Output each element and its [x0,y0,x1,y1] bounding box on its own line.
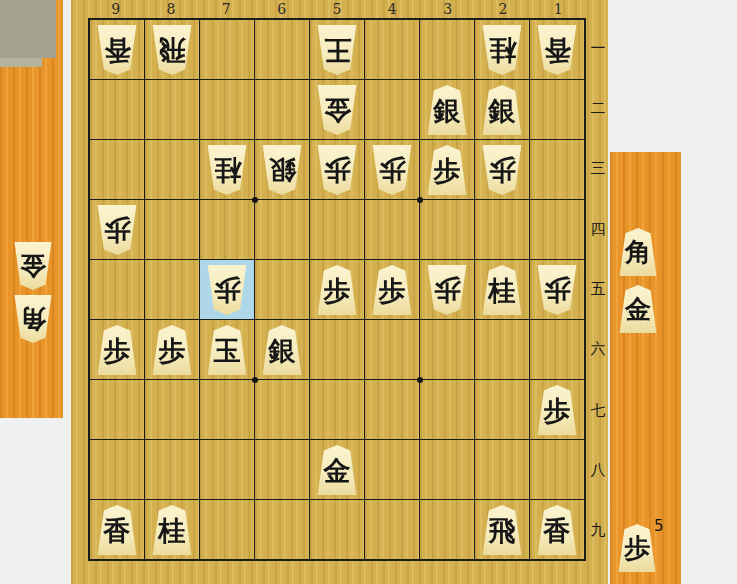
6-2-square[interactable] [255,80,309,139]
file-label: 8 [143,0,198,18]
6-4-square[interactable] [255,200,309,259]
piece-kanji: 金 [625,296,651,322]
piece-kanji: 歩 [379,157,406,184]
9-2-square[interactable] [90,80,144,139]
file-label: 9 [88,0,143,18]
rank-label: 三 [588,139,608,199]
rank-label: 一 [588,18,608,78]
piece-kanji: 香 [104,37,131,64]
4-7-square[interactable] [365,380,419,439]
piece-kanji: 飛 [159,37,186,64]
7-1-square[interactable] [200,20,254,79]
5-9-square[interactable] [310,500,364,559]
9-3-square[interactable] [90,140,144,199]
6-8-square[interactable] [255,440,309,499]
file-label: 7 [199,0,254,18]
sente-hand-tray [610,152,681,584]
1-4-square[interactable] [530,200,584,259]
3-8-square[interactable] [420,440,474,499]
piece-kanji: 歩 [104,337,131,364]
2-6-square[interactable] [475,320,529,379]
rank-label: 五 [588,259,608,319]
star-point [252,197,258,203]
5-6-square[interactable] [310,320,364,379]
star-point [417,377,423,383]
4-9-square[interactable] [365,500,419,559]
8-5-square[interactable] [145,260,199,319]
4-1-square[interactable] [365,20,419,79]
corner-overlay [0,0,56,58]
9-7-square[interactable] [90,380,144,439]
2-7-square[interactable] [475,380,529,439]
piece-kanji: 金 [324,97,351,124]
file-label: 5 [309,0,364,18]
4-6-square[interactable] [365,320,419,379]
3-4-square[interactable] [420,200,474,259]
file-label: 6 [254,0,309,18]
piece-kanji: 角 [625,239,651,265]
corner-overlay-step [0,58,42,67]
3-1-square[interactable] [420,20,474,79]
2-4-square[interactable] [475,200,529,259]
7-2-square[interactable] [200,80,254,139]
1-8-square[interactable] [530,440,584,499]
piece-kanji: 歩 [324,277,351,304]
rank-label: 七 [588,380,608,440]
piece-kanji: 香 [104,517,131,544]
piece-kanji: 玉 [214,337,241,364]
piece-kanji: 歩 [379,277,406,304]
4-8-square[interactable] [365,440,419,499]
file-label: 2 [475,0,530,18]
rank-label: 二 [588,78,608,138]
piece-kanji: 香 [544,37,571,64]
7-8-square[interactable] [200,440,254,499]
piece-kanji: 歩 [489,157,516,184]
star-point [417,197,423,203]
3-6-square[interactable] [420,320,474,379]
piece-kanji: 銀 [269,157,296,184]
2-8-square[interactable] [475,440,529,499]
7-7-square[interactable] [200,380,254,439]
9-8-square[interactable] [90,440,144,499]
piece-kanji: 銀 [434,97,461,124]
piece-kanji: 歩 [544,397,571,424]
piece-kanji: 歩 [104,217,131,244]
piece-kanji: 桂 [159,517,186,544]
piece-kanji: 王 [324,37,351,64]
3-7-square[interactable] [420,380,474,439]
piece-kanji: 銀 [489,97,516,124]
file-label: 3 [420,0,475,18]
piece-kanji: 金 [324,457,351,484]
1-3-square[interactable] [530,140,584,199]
piece-kanji: 銀 [269,337,296,364]
rank-label: 六 [588,320,608,380]
8-3-square[interactable] [145,140,199,199]
8-8-square[interactable] [145,440,199,499]
piece-kanji: 桂 [214,157,241,184]
piece-kanji: 金 [20,253,46,279]
rank-label: 八 [588,440,608,500]
1-6-square[interactable] [530,320,584,379]
4-2-square[interactable] [365,80,419,139]
piece-kanji: 桂 [489,277,516,304]
9-5-square[interactable] [90,260,144,319]
piece-kanji: 飛 [489,517,516,544]
piece-kanji: 歩 [434,157,461,184]
star-point [252,377,258,383]
7-4-square[interactable] [200,200,254,259]
piece-kanji: 歩 [624,535,650,561]
8-7-square[interactable] [145,380,199,439]
8-2-square[interactable] [145,80,199,139]
4-4-square[interactable] [365,200,419,259]
shogi-app: 987654321 一二三四五六七八九 香飛王桂香金銀銀桂銀歩歩歩歩歩歩歩歩歩桂… [0,0,737,584]
6-9-square[interactable] [255,500,309,559]
5-7-square[interactable] [310,380,364,439]
8-4-square[interactable] [145,200,199,259]
file-label: 1 [531,0,586,18]
piece-kanji: 桂 [489,37,516,64]
file-labels: 987654321 [88,0,586,18]
rank-label: 四 [588,199,608,259]
piece-kanji: 歩 [324,157,351,184]
piece-kanji: 角 [20,306,46,332]
piece-kanji: 歩 [544,277,571,304]
piece-kanji: 歩 [159,337,186,364]
3-9-square[interactable] [420,500,474,559]
piece-kanji: 歩 [214,277,241,304]
rank-labels: 一二三四五六七八九 [588,18,608,561]
6-1-square[interactable] [255,20,309,79]
5-4-square[interactable] [310,200,364,259]
piece-kanji: 歩 [434,277,461,304]
rank-label: 九 [588,501,608,561]
6-5-square[interactable] [255,260,309,319]
6-7-square[interactable] [255,380,309,439]
piece-kanji: 香 [544,517,571,544]
file-label: 4 [365,0,420,18]
7-9-square[interactable] [200,500,254,559]
1-2-square[interactable] [530,80,584,139]
